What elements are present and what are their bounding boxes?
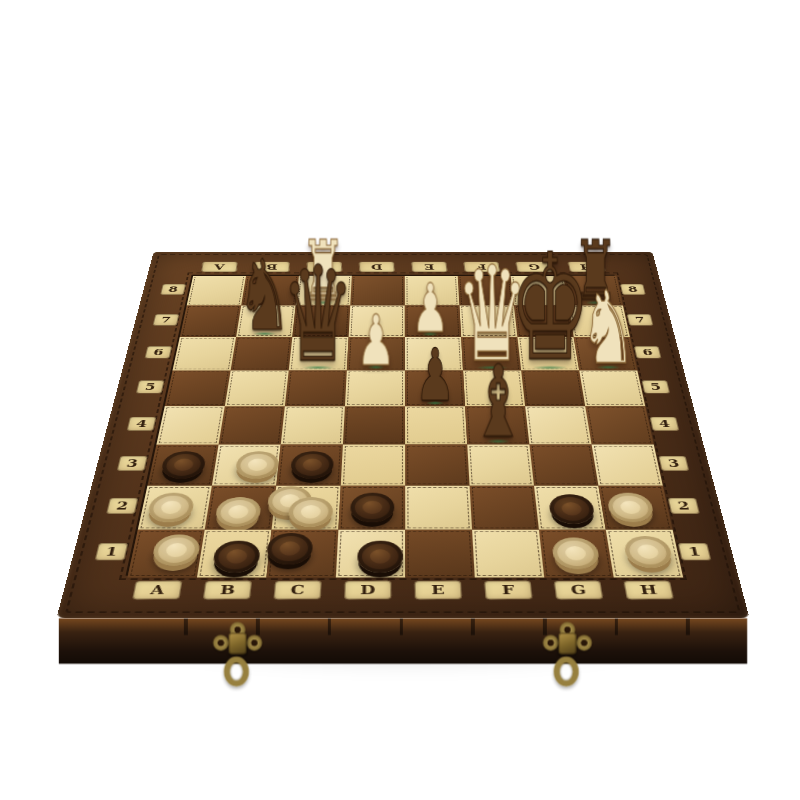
file-label-c: C	[274, 581, 322, 600]
light-checker-h1[interactable]	[622, 536, 674, 568]
brass-clasp-right	[541, 622, 596, 698]
dark-checker-g2[interactable]	[548, 494, 596, 524]
rank-label-4: 4	[650, 417, 680, 431]
clasp-latch-icon	[559, 633, 577, 655]
square-h4[interactable]	[585, 406, 654, 444]
square-g1[interactable]	[539, 530, 614, 578]
brass-clasp-left	[210, 622, 265, 698]
square-e4[interactable]	[405, 406, 467, 444]
square-e3[interactable]	[405, 445, 469, 486]
light-checker-c2[interactable]	[287, 497, 333, 527]
square-d5[interactable]	[345, 370, 405, 406]
near-file-labels: ABCDEFGH	[119, 576, 687, 605]
square-a3[interactable]	[147, 445, 218, 486]
square-b4[interactable]	[219, 406, 285, 444]
white-pawn-d6[interactable]: ♟	[357, 312, 396, 369]
clasp-ring-icon	[554, 657, 579, 687]
dark-checker-c3[interactable]	[290, 451, 334, 478]
light-checker-b2[interactable]	[214, 497, 262, 527]
square-d3[interactable]	[341, 445, 405, 486]
dark-checker-c1[interactable]	[266, 533, 314, 565]
photo-stage: ABCDEFGH ABCDEFGH 87654321 87654321 ♜♜♞♟…	[0, 0, 800, 800]
dark-checker-d2[interactable]	[350, 493, 395, 522]
clasp-lobe-icon	[577, 635, 593, 651]
board-frame: ABCDEFGH ABCDEFGH 87654321 87654321 ♜♜♞♟…	[56, 252, 749, 619]
square-c1[interactable]	[266, 530, 338, 578]
dark-checker-b1[interactable]	[212, 541, 262, 573]
square-h5[interactable]	[579, 370, 645, 406]
rank-label-6: 6	[634, 346, 662, 358]
rank-label-5: 5	[136, 380, 165, 393]
square-b3[interactable]	[212, 445, 281, 486]
square-a7[interactable]	[180, 305, 241, 336]
square-g6[interactable]: ♚	[517, 337, 579, 371]
rank-label-3: 3	[658, 456, 689, 471]
square-f1[interactable]	[472, 530, 544, 578]
square-g5[interactable]	[521, 370, 585, 406]
light-checker-b3[interactable]	[234, 451, 280, 478]
light-checker-h2[interactable]	[606, 493, 655, 522]
square-b5[interactable]	[225, 370, 289, 406]
light-checker-g1[interactable]	[551, 538, 601, 570]
rank-label-1: 1	[678, 543, 712, 560]
clasp-lobe-icon	[246, 635, 262, 651]
square-g3[interactable]	[529, 445, 598, 486]
square-c6[interactable]: ♛	[289, 337, 349, 371]
square-a6[interactable]	[173, 337, 237, 371]
square-c5[interactable]	[285, 370, 347, 406]
rank-label-2: 2	[106, 498, 138, 514]
chess-board-grid: ♜♜♞♟♛♟♛♚♞♟♝	[126, 275, 681, 576]
square-a5[interactable]	[165, 370, 231, 406]
light-checker-a2[interactable]	[146, 493, 195, 522]
square-e2[interactable]	[405, 486, 472, 530]
file-label-b: B	[203, 581, 252, 600]
file-label-a: A	[132, 581, 182, 600]
chess-box-scene: ABCDEFGH ABCDEFGH 87654321 87654321 ♜♜♞♟…	[56, 252, 749, 619]
square-f2[interactable]	[470, 486, 539, 530]
square-e1[interactable]	[405, 530, 475, 578]
rank-label-3: 3	[117, 456, 148, 471]
square-d1[interactable]	[336, 530, 405, 578]
square-b1[interactable]	[197, 530, 272, 578]
square-d2[interactable]	[338, 486, 405, 530]
white-pawn-e7[interactable]: ♟	[411, 280, 448, 335]
file-label-d: D	[344, 581, 391, 600]
dark-checker-a3[interactable]	[160, 451, 207, 478]
rank-label-4: 4	[127, 417, 157, 431]
file-label-f: F	[484, 581, 533, 600]
file-label-a: A	[201, 262, 237, 272]
rank-label-8: 8	[160, 284, 186, 295]
file-label-d: D	[359, 262, 395, 272]
clasp-lobe-icon	[543, 635, 559, 651]
white-knight-h6[interactable]: ♞	[580, 287, 636, 369]
light-checker-a1[interactable]	[151, 534, 202, 566]
square-f4[interactable]: ♝	[465, 406, 529, 444]
square-c2[interactable]	[272, 486, 341, 530]
black-bishop-f4[interactable]: ♝	[471, 362, 526, 443]
square-g4[interactable]	[525, 406, 591, 444]
file-label-e: E	[414, 581, 462, 600]
square-c4[interactable]	[281, 406, 345, 444]
square-g2[interactable]	[534, 486, 606, 530]
square-c3[interactable]	[276, 445, 343, 486]
clasp-ring-icon	[223, 657, 248, 687]
clasp-lobe-icon	[213, 635, 229, 651]
rank-label-5: 5	[641, 380, 670, 393]
square-d4[interactable]	[343, 406, 405, 444]
rank-label-6: 6	[144, 346, 172, 358]
square-h6[interactable]: ♞	[574, 337, 638, 371]
rank-label-2: 2	[668, 498, 700, 514]
box-front-panel	[59, 618, 747, 663]
square-a2[interactable]	[138, 486, 212, 530]
square-e5[interactable]: ♟	[405, 370, 465, 406]
square-a4[interactable]	[156, 406, 224, 444]
dark-checker-d1[interactable]	[357, 541, 403, 573]
rank-label-1: 1	[95, 543, 129, 560]
black-queen-c6[interactable]: ♛	[281, 261, 354, 369]
clasp-latch-icon	[228, 633, 246, 655]
square-d6[interactable]: ♟	[347, 337, 405, 371]
square-a1[interactable]	[127, 530, 204, 578]
file-label-g: G	[554, 581, 604, 600]
rank-label-7: 7	[153, 314, 180, 326]
square-b2[interactable]	[205, 486, 277, 530]
file-label-h: H	[623, 581, 674, 600]
square-f3[interactable]	[467, 445, 534, 486]
black-pawn-e5[interactable]: ♟	[415, 346, 455, 405]
